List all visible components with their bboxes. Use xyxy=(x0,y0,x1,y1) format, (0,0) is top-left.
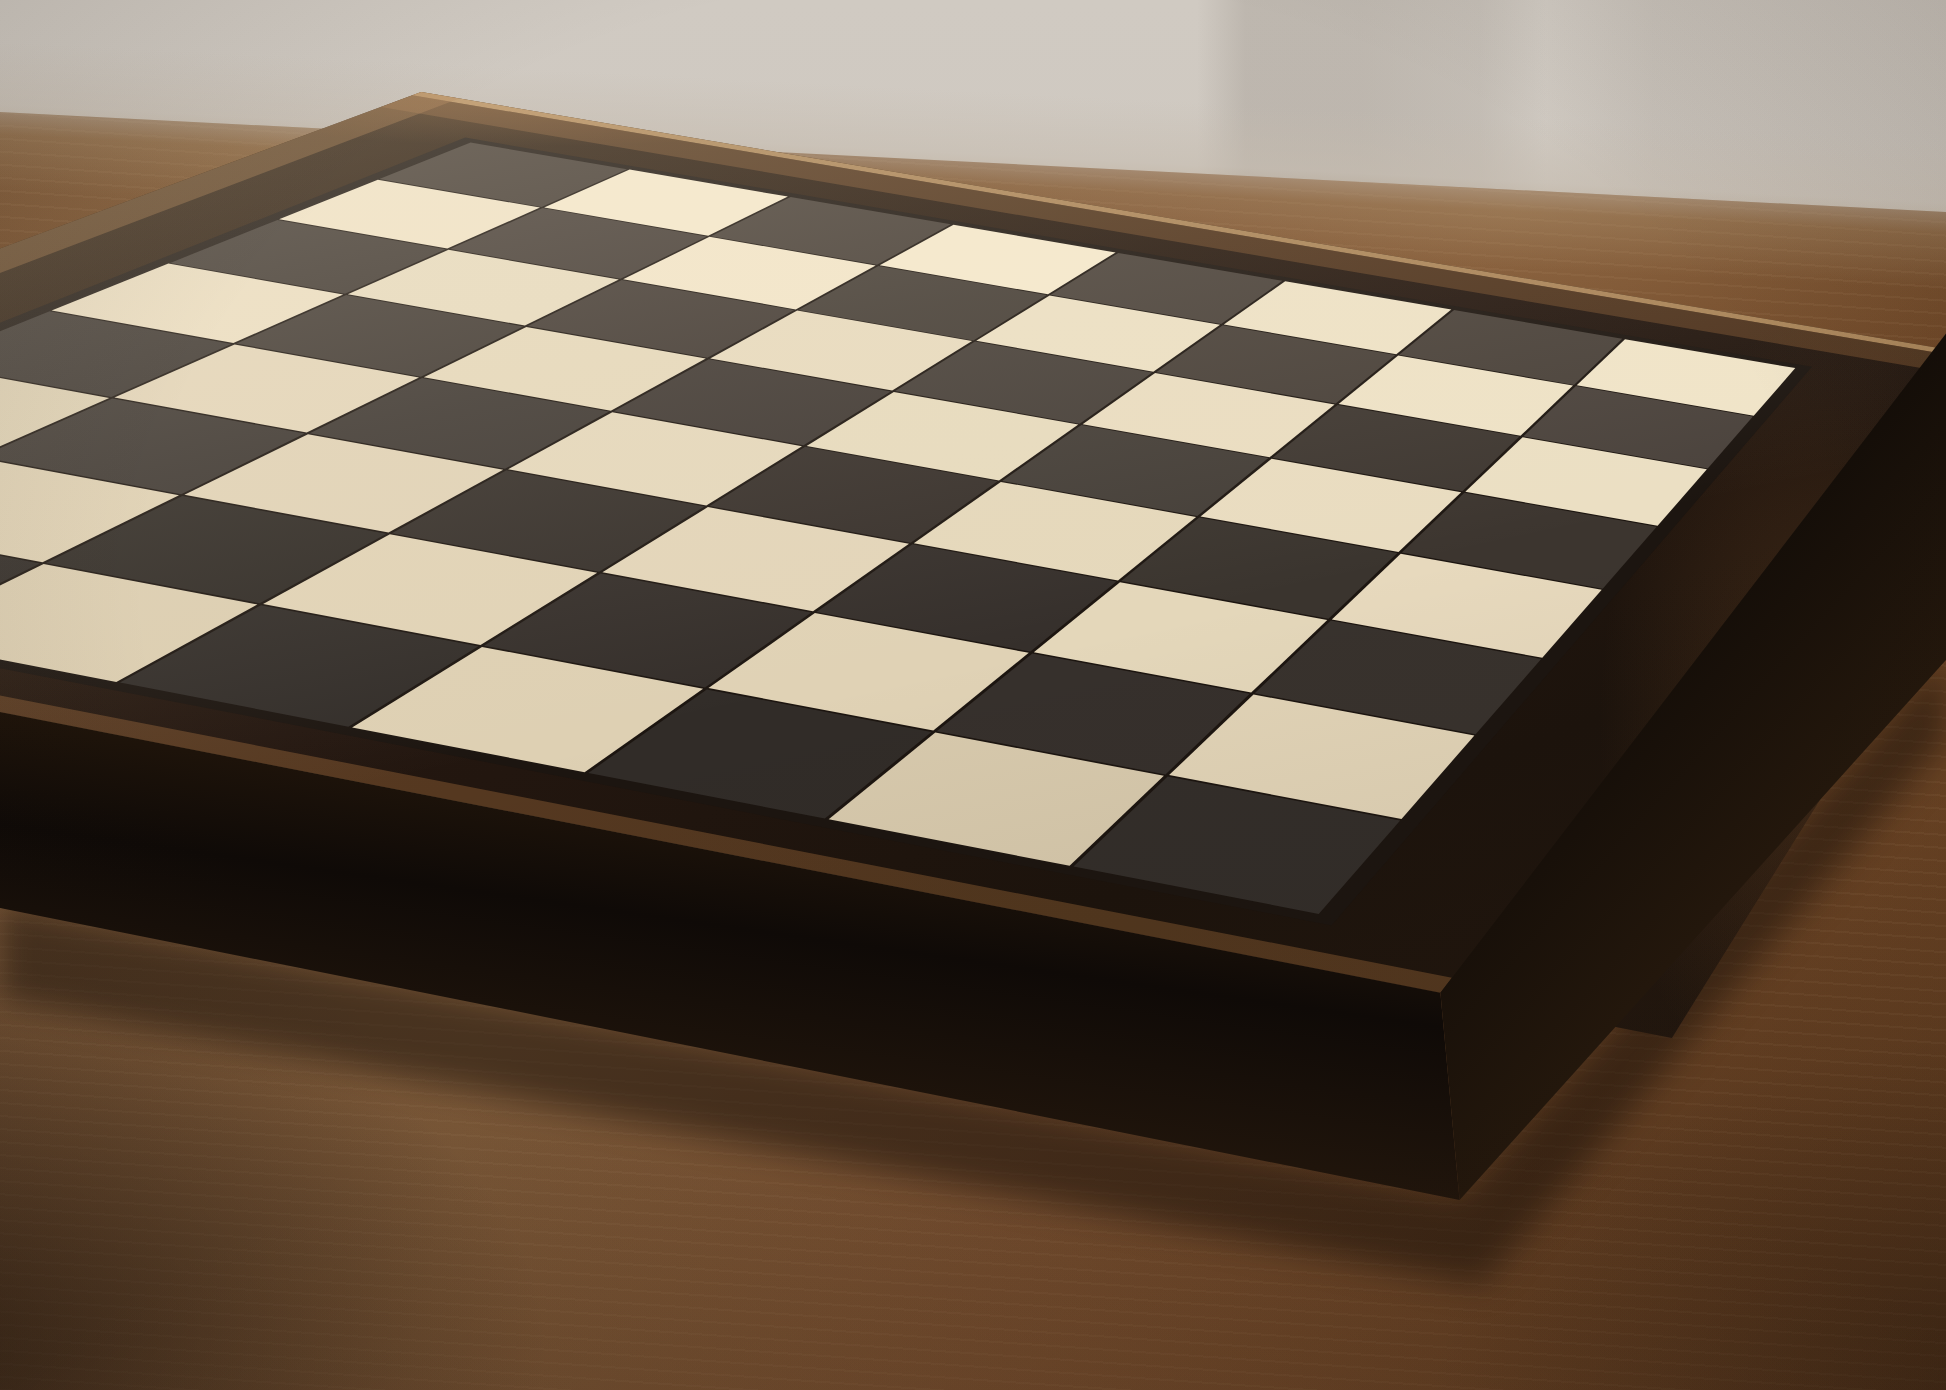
chess-board xyxy=(0,0,1946,1390)
scene-photo xyxy=(0,0,1946,1390)
board-sheen xyxy=(0,0,1946,1390)
